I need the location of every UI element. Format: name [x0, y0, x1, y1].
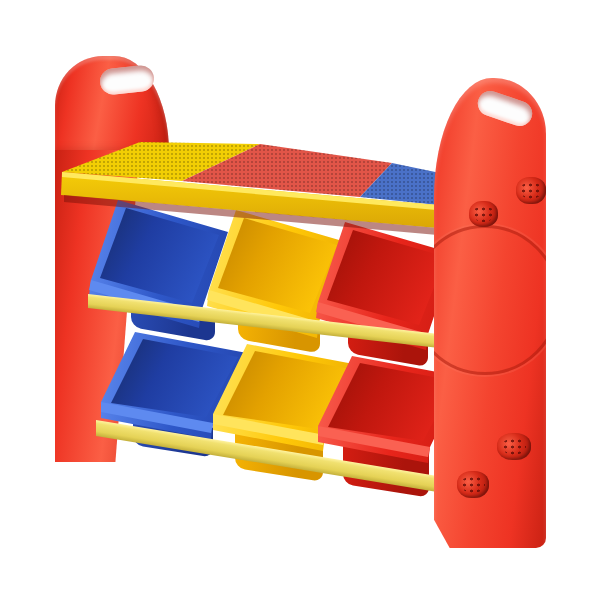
right-panel-knob-bottom-right	[497, 433, 531, 460]
right-panel-embossed-circle	[434, 225, 546, 375]
right-panel-knob-bottom-left	[457, 471, 489, 498]
right-panel	[434, 78, 546, 548]
top-shelf	[58, 136, 452, 246]
right-panel-knob-top-right	[516, 177, 546, 204]
right-panel-knob-top-left	[469, 201, 498, 227]
toy-storage-organizer-photo	[0, 0, 600, 600]
